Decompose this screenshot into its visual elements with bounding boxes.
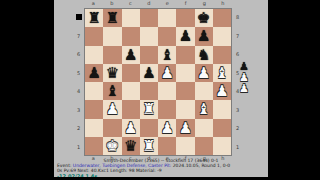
square-b6[interactable] [103,46,121,64]
square-g4[interactable] [195,82,213,100]
square-a3[interactable] [85,100,103,118]
file-label: a [84,0,103,7]
square-b1[interactable]: ♚ [103,137,121,155]
side-to-move-indicator [76,14,82,20]
black-bishop-piece[interactable]: ♝ [158,46,176,64]
square-f2[interactable]: ♟ [176,119,194,137]
square-b5[interactable]: ♛ [103,64,121,82]
square-e5[interactable]: ♟ [158,64,176,82]
square-f1[interactable] [176,137,194,155]
square-e2[interactable]: ♟ [158,119,176,137]
rank-labels-left: 7654321 [75,8,82,156]
square-d2[interactable] [140,119,158,137]
rank-label: 1 [234,138,241,157]
black-pawn-piece[interactable]: ♟ [195,27,213,45]
white-pawn-piece[interactable]: ♟ [213,82,231,100]
chess-gui-panel: abcdefgh abcdefgh 7654321 87654321 ♜♜♚♟♟… [54,0,268,177]
black-queen-piece[interactable]: ♛ [103,64,121,82]
square-c1[interactable]: ♛ [122,137,140,155]
black-rook-piece[interactable]: ♜ [103,9,121,27]
black-knight-piece[interactable]: ♞ [195,46,213,64]
square-g6[interactable]: ♞ [195,46,213,64]
square-f4[interactable] [176,82,194,100]
file-label: c [121,0,140,7]
white-pawn-piece[interactable]: ♟ [122,119,140,137]
square-d4[interactable] [140,82,158,100]
rank-label: 4 [75,82,82,101]
square-h5[interactable]: ♝ [213,64,231,82]
square-a8[interactable]: ♜ [85,9,103,27]
square-g7[interactable]: ♟ [195,27,213,45]
square-a6[interactable] [85,46,103,64]
white-pawn-piece[interactable]: ♟ [158,119,176,137]
event-rest: 2024.10.05, Round 1, 0-0 [171,163,230,168]
square-c7[interactable] [122,27,140,45]
black-pawn-piece[interactable]: ♟ [85,64,103,82]
square-e6[interactable]: ♝ [158,46,176,64]
rank-label: 7 [234,27,241,46]
rank-label: 5 [75,64,82,83]
square-e3[interactable] [158,100,176,118]
square-f6[interactable] [176,46,194,64]
captured-pieces-tray: ♟♟♟ [237,61,251,94]
square-c4[interactable] [122,82,140,100]
square-h6[interactable] [213,46,231,64]
square-b4[interactable]: ♝ [103,82,121,100]
square-c3[interactable] [122,100,140,118]
file-label: d [140,0,159,7]
white-rook-piece[interactable]: ♜ [140,100,158,118]
square-b3[interactable]: ♟ [103,100,121,118]
white-pawn-piece[interactable]: ♟ [103,100,121,118]
square-h7[interactable] [213,27,231,45]
square-b2[interactable] [103,119,121,137]
white-pawn-piece[interactable]: ♟ [195,64,213,82]
game-info-footer: Smyth-December (2365) -- Stockfish 17 (3… [54,158,268,179]
file-label: b [103,0,122,7]
square-d5[interactable]: ♟ [140,64,158,82]
white-pawn-piece[interactable]: ♟ [158,64,176,82]
square-a1[interactable] [85,137,103,155]
square-f8[interactable] [176,9,194,27]
square-d1[interactable]: ♜ [140,137,158,155]
black-pawn-piece[interactable]: ♟ [122,46,140,64]
square-h4[interactable]: ♟ [213,82,231,100]
square-f3[interactable] [176,100,194,118]
rank-label: 3 [234,101,241,120]
white-rook-piece[interactable]: ♜ [140,137,158,155]
black-bishop-piece[interactable]: ♝ [103,82,121,100]
square-c5[interactable] [122,64,140,82]
video-frame: abcdefgh abcdefgh 7654321 87654321 ♜♜♚♟♟… [0,0,320,180]
square-a7[interactable] [85,27,103,45]
square-b8[interactable]: ♜ [103,9,121,27]
square-g1[interactable] [195,137,213,155]
square-e8[interactable] [158,9,176,27]
file-label: e [158,0,177,7]
rank-label: 6 [75,45,82,64]
white-king-piece[interactable]: ♚ [103,137,121,155]
square-c8[interactable] [122,9,140,27]
square-g5[interactable]: ♟ [195,64,213,82]
square-d6[interactable] [140,46,158,64]
square-c2[interactable]: ♟ [122,119,140,137]
black-rook-piece[interactable]: ♜ [85,9,103,27]
file-label: f [177,0,196,7]
file-label: h [214,0,233,7]
file-labels-top: abcdefgh [84,0,232,7]
square-c6[interactable]: ♟ [122,46,140,64]
square-g3[interactable]: ♝ [195,100,213,118]
black-king-piece[interactable]: ♚ [195,9,213,27]
black-queen-piece[interactable]: ♛ [122,137,140,155]
square-f7[interactable]: ♟ [176,27,194,45]
bottom-black-strip [0,177,320,180]
chess-board[interactable]: ♜♜♚♟♟♟♝♞♟♛♟♟♟♝♝♟♟♜♝♟♟♟♚♛♜ [84,8,232,156]
rank-label: 2 [234,119,241,138]
white-bishop-piece[interactable]: ♝ [213,64,231,82]
square-a2[interactable] [85,119,103,137]
rank-label: 2 [75,119,82,138]
file-label: g [195,0,214,7]
square-e7[interactable] [158,27,176,45]
white-bishop-piece[interactable]: ♝ [195,100,213,118]
square-g8[interactable]: ♚ [195,9,213,27]
rank-label: 3 [75,101,82,120]
white-pawn-piece[interactable]: ♟ [176,119,194,137]
rank-label: 1 [75,138,82,157]
black-pawn-piece[interactable]: ♟ [140,64,158,82]
square-h2[interactable] [213,119,231,137]
square-g2[interactable] [195,119,213,137]
square-a5[interactable]: ♟ [85,64,103,82]
square-e1[interactable] [158,137,176,155]
square-a4[interactable] [85,82,103,100]
square-h1[interactable] [213,137,231,155]
white-pawn-captured-icon: ♟ [237,83,251,94]
square-d8[interactable] [140,9,158,27]
square-d3[interactable]: ♜ [140,100,158,118]
black-pawn-piece[interactable]: ♟ [176,27,194,45]
rank-label: 7 [75,27,82,46]
square-e4[interactable] [158,82,176,100]
square-h8[interactable] [213,9,231,27]
square-b7[interactable] [103,27,121,45]
square-d7[interactable] [140,27,158,45]
rank-label: 8 [234,8,241,27]
square-f5[interactable] [176,64,194,82]
square-h3[interactable] [213,100,231,118]
